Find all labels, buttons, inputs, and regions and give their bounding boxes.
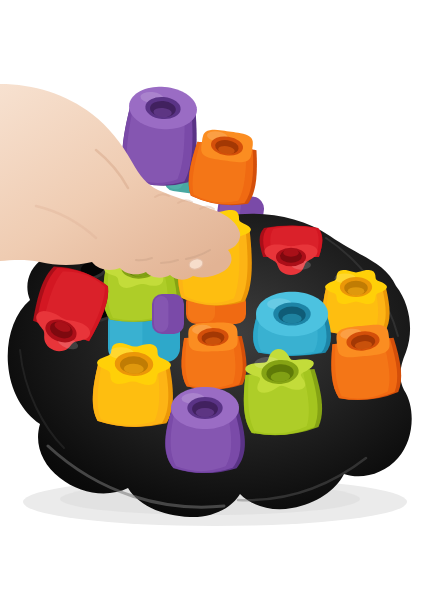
toy-product-photo: [0, 0, 424, 600]
toy-scene: [0, 0, 424, 600]
peg-blue-round-peg-right: [253, 292, 331, 356]
peg-orange-square-peg-center: [180, 322, 247, 391]
peg-purple-round-peg-front: [165, 387, 245, 473]
peg-purple-peg-middle-hidden: [152, 294, 184, 334]
